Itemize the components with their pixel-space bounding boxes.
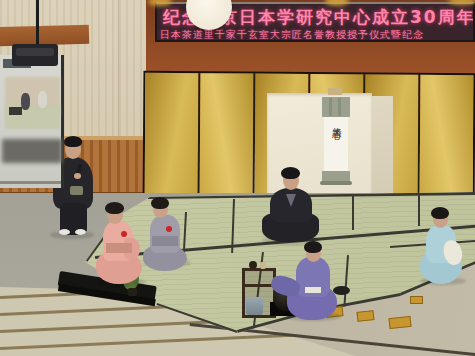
white-tabi: [75, 229, 86, 235]
byobu-panel: [200, 73, 256, 205]
water-jar-mizusashi: [246, 297, 263, 315]
gray-kimono-torso: [150, 215, 180, 253]
gold-cushion: [388, 316, 411, 329]
projector-face: [16, 48, 54, 56]
wall-seam: [118, 0, 119, 138]
scroll-calligraphy: 悠千古心: [332, 120, 342, 124]
waste-water-bowl: [333, 286, 350, 295]
tatami-seam: [418, 193, 420, 226]
projection-screen: [0, 55, 64, 188]
scroll-paper: 悠千古心: [324, 117, 348, 171]
speaker-hand: [74, 173, 81, 179]
projected-utensils: [9, 107, 22, 115]
screen-bottom-edge: [0, 181, 61, 184]
scroll-clip: [328, 88, 342, 95]
ikebana-vase: [128, 288, 137, 296]
red-corsage: [121, 231, 127, 237]
scroll-top-mount: [322, 97, 350, 117]
attendant-hair: [431, 207, 449, 219]
white-obiage: [305, 287, 321, 293]
projected-figure-dark: [21, 93, 30, 110]
speaker-obi: [70, 186, 83, 195]
natsume-tea-caddy: [249, 261, 257, 269]
projected-dark-band: [2, 139, 62, 163]
byobu-panel: [145, 73, 201, 205]
pink-kimono-obi: [106, 243, 132, 253]
hanging-scroll: 悠千古心: [322, 97, 350, 187]
gray-guest-hair: [151, 197, 169, 209]
speaker-hair: [64, 136, 82, 147]
white-tabi: [59, 229, 70, 235]
gold-cushion: [357, 310, 375, 322]
projector-pole: [36, 0, 39, 50]
pink-guest-hair: [105, 202, 124, 214]
projected-figure-light: [38, 91, 47, 108]
byobu-panel: [420, 75, 474, 207]
gold-cushion: [410, 296, 423, 304]
gray-kimono-obi: [152, 236, 178, 246]
stage-photo: 悠千古心: [0, 0, 475, 356]
practitioner-hair: [304, 241, 322, 253]
scroll-roller: [320, 181, 352, 185]
scroll-futai: [329, 98, 332, 116]
banner-line-2: 日本茶道里千家千玄室大宗匠名誉教授授予仪式暨纪念: [160, 28, 424, 42]
tea-utensil: [260, 262, 266, 269]
ceiling-projector: [12, 44, 58, 66]
brown-wall-beam: [0, 25, 89, 46]
tatami-seam: [352, 194, 354, 230]
red-corsage: [166, 226, 172, 232]
host-hair: [281, 167, 300, 179]
tana-shelf: [245, 284, 273, 287]
scroll-futai: [338, 98, 341, 116]
